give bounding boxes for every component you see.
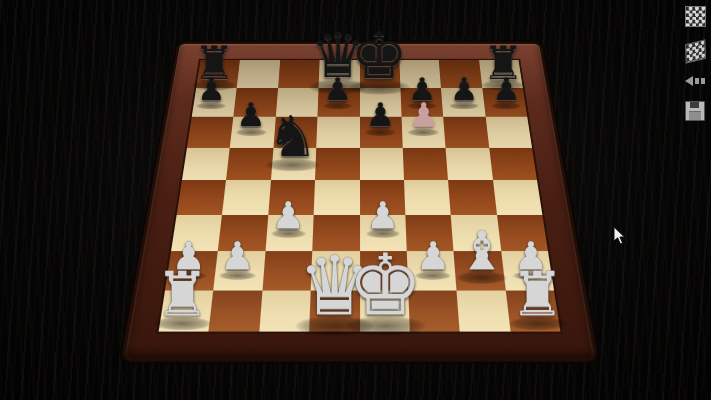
square-g1[interactable]	[457, 290, 510, 332]
square-h6[interactable]	[485, 117, 532, 148]
undo-move-icon	[685, 76, 705, 86]
piece-white-pawn-c3[interactable]: ♟	[272, 197, 305, 234]
board-2d-view-icon	[685, 6, 706, 27]
piece-black-pawn-g7[interactable]: ♟	[450, 75, 478, 106]
piece-shadow	[365, 128, 396, 136]
piece-white-king-e1[interactable]: ♚	[348, 243, 423, 327]
square-b1[interactable]	[209, 290, 262, 332]
piece-shadow	[196, 102, 226, 110]
square-a4[interactable]	[177, 180, 227, 214]
piece-shadow	[235, 128, 266, 136]
piece-black-king-e8[interactable]: ♚	[351, 24, 408, 88]
square-a6[interactable]	[187, 117, 234, 148]
square-d6[interactable]	[316, 117, 359, 148]
square-g5[interactable]	[446, 147, 493, 180]
piece-shadow	[345, 316, 425, 336]
board-3d-view-icon	[685, 39, 706, 63]
piece-black-pawn-d7[interactable]: ♟	[324, 75, 352, 106]
square-g6[interactable]	[443, 117, 488, 148]
piece-white-rook-h1[interactable]: ♜	[510, 263, 564, 323]
square-f4[interactable]	[404, 180, 451, 214]
piece-shadow	[323, 102, 353, 110]
piece-black-knight-c5[interactable]: ♞	[267, 108, 318, 165]
piece-shadow	[509, 316, 566, 331]
undo-move-button[interactable]	[685, 76, 705, 86]
square-h4[interactable]	[493, 180, 543, 214]
square-b8[interactable]	[237, 60, 280, 88]
chess-scene: ♜♛♚♜♟♟♟♟♟♟♟♟♞♟♟♟♟♟♝♟♜♛♚♜	[0, 0, 711, 400]
piece-white-pawn-e3[interactable]: ♟	[367, 197, 400, 234]
square-b4[interactable]	[222, 180, 270, 214]
piece-white-bishop-g2[interactable]: ♝	[458, 224, 506, 277]
square-f5[interactable]	[403, 147, 449, 180]
piece-black-pawn-h7[interactable]: ♟	[492, 75, 520, 106]
square-h5[interactable]	[489, 147, 537, 180]
square-g4[interactable]	[448, 180, 496, 214]
piece-shadow	[457, 271, 508, 284]
square-a5[interactable]	[182, 147, 230, 180]
side-toolbar	[683, 6, 707, 136]
board-2d-view-button[interactable]	[685, 6, 705, 27]
piece-black-pawn-e6[interactable]: ♟	[366, 100, 395, 133]
piece-black-pawn-a7[interactable]: ♟	[197, 75, 225, 106]
piece-shadow	[266, 158, 320, 172]
piece-black-pawn-b6[interactable]: ♟	[236, 100, 265, 133]
square-e5[interactable]	[360, 147, 404, 180]
piece-shadow	[449, 102, 479, 110]
board-3d-view-button[interactable]	[685, 42, 705, 61]
save-game-button[interactable]	[685, 101, 705, 121]
square-d4[interactable]	[314, 180, 360, 214]
piece-white-pawn-f6[interactable]: ♟	[409, 100, 438, 133]
square-d5[interactable]	[315, 147, 359, 180]
piece-white-rook-a1[interactable]: ♜	[155, 263, 209, 323]
piece-shadow	[154, 316, 211, 331]
piece-white-pawn-b2[interactable]: ♟	[220, 238, 254, 276]
save-game-icon	[685, 101, 705, 121]
piece-shadow	[408, 128, 439, 136]
piece-shadow	[491, 102, 521, 110]
